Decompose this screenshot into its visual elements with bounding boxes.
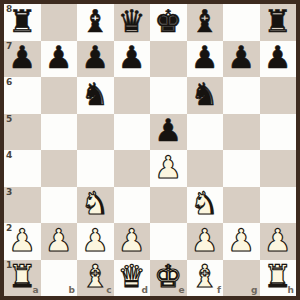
black-bishop[interactable]: ♝ bbox=[191, 6, 219, 37]
square-g5[interactable] bbox=[223, 114, 260, 151]
square-h8[interactable]: ♜ bbox=[260, 4, 297, 41]
black-pawn[interactable]: ♟ bbox=[81, 42, 109, 73]
square-f3[interactable]: ♞ bbox=[187, 187, 224, 224]
white-rook[interactable]: ♜ bbox=[264, 261, 292, 292]
square-g2[interactable]: ♟ bbox=[223, 223, 260, 260]
square-b2[interactable]: ♟ bbox=[41, 223, 78, 260]
square-c8[interactable]: ♝ bbox=[77, 4, 114, 41]
black-rook[interactable]: ♜ bbox=[264, 6, 292, 37]
square-b7[interactable]: ♟ bbox=[41, 41, 78, 78]
square-d3[interactable] bbox=[114, 187, 151, 224]
white-pawn[interactable]: ♟ bbox=[227, 225, 255, 256]
square-c4[interactable] bbox=[77, 150, 114, 187]
square-d5[interactable] bbox=[114, 114, 151, 151]
white-bishop[interactable]: ♝ bbox=[191, 261, 219, 292]
square-h7[interactable]: ♟ bbox=[260, 41, 297, 78]
square-a5[interactable]: 5 bbox=[4, 114, 41, 151]
white-pawn[interactable]: ♟ bbox=[8, 225, 36, 256]
chess-board: 8♜♝♛♚♝♜7♟♟♟♟♟♟♟6♞♞5♟4♟3♞♞2♟♟♟♟♟♟♟1a♜bc♝d… bbox=[4, 4, 296, 296]
white-bishop[interactable]: ♝ bbox=[81, 261, 109, 292]
square-d4[interactable] bbox=[114, 150, 151, 187]
white-pawn[interactable]: ♟ bbox=[154, 152, 182, 183]
square-d7[interactable]: ♟ bbox=[114, 41, 151, 78]
black-rook[interactable]: ♜ bbox=[8, 6, 36, 37]
white-queen[interactable]: ♛ bbox=[118, 261, 146, 292]
square-g8[interactable] bbox=[223, 4, 260, 41]
square-g7[interactable]: ♟ bbox=[223, 41, 260, 78]
square-a3[interactable]: 3 bbox=[4, 187, 41, 224]
black-pawn[interactable]: ♟ bbox=[227, 42, 255, 73]
square-f6[interactable]: ♞ bbox=[187, 77, 224, 114]
white-pawn[interactable]: ♟ bbox=[81, 225, 109, 256]
square-a6[interactable]: 6 bbox=[4, 77, 41, 114]
black-knight[interactable]: ♞ bbox=[191, 79, 219, 110]
square-f2[interactable]: ♟ bbox=[187, 223, 224, 260]
square-d1[interactable]: d♛ bbox=[114, 260, 151, 297]
file-label-b: b bbox=[69, 286, 75, 295]
rank-label-4: 4 bbox=[6, 151, 12, 160]
square-f4[interactable] bbox=[187, 150, 224, 187]
black-knight[interactable]: ♞ bbox=[81, 79, 109, 110]
square-b4[interactable] bbox=[41, 150, 78, 187]
square-e1[interactable]: e♚ bbox=[150, 260, 187, 297]
square-a8[interactable]: 8♜ bbox=[4, 4, 41, 41]
square-h2[interactable]: ♟ bbox=[260, 223, 297, 260]
square-c3[interactable]: ♞ bbox=[77, 187, 114, 224]
square-h3[interactable] bbox=[260, 187, 297, 224]
square-f8[interactable]: ♝ bbox=[187, 4, 224, 41]
board-frame: 8♜♝♛♚♝♜7♟♟♟♟♟♟♟6♞♞5♟4♟3♞♞2♟♟♟♟♟♟♟1a♜bc♝d… bbox=[0, 0, 300, 300]
square-c7[interactable]: ♟ bbox=[77, 41, 114, 78]
black-bishop[interactable]: ♝ bbox=[81, 6, 109, 37]
square-g3[interactable] bbox=[223, 187, 260, 224]
white-pawn[interactable]: ♟ bbox=[118, 225, 146, 256]
square-d6[interactable] bbox=[114, 77, 151, 114]
black-pawn[interactable]: ♟ bbox=[8, 42, 36, 73]
square-d2[interactable]: ♟ bbox=[114, 223, 151, 260]
square-a1[interactable]: 1a♜ bbox=[4, 260, 41, 297]
rank-label-6: 6 bbox=[6, 78, 12, 87]
rank-label-3: 3 bbox=[6, 188, 12, 197]
square-b5[interactable] bbox=[41, 114, 78, 151]
black-pawn[interactable]: ♟ bbox=[191, 42, 219, 73]
square-h4[interactable] bbox=[260, 150, 297, 187]
square-b3[interactable] bbox=[41, 187, 78, 224]
black-pawn[interactable]: ♟ bbox=[118, 42, 146, 73]
square-c6[interactable]: ♞ bbox=[77, 77, 114, 114]
white-rook[interactable]: ♜ bbox=[8, 261, 36, 292]
square-e4[interactable]: ♟ bbox=[150, 150, 187, 187]
square-a4[interactable]: 4 bbox=[4, 150, 41, 187]
square-h1[interactable]: h♜ bbox=[260, 260, 297, 297]
square-f5[interactable] bbox=[187, 114, 224, 151]
square-c1[interactable]: c♝ bbox=[77, 260, 114, 297]
square-f7[interactable]: ♟ bbox=[187, 41, 224, 78]
square-g6[interactable] bbox=[223, 77, 260, 114]
file-label-g: g bbox=[251, 286, 257, 295]
square-g4[interactable] bbox=[223, 150, 260, 187]
square-h6[interactable] bbox=[260, 77, 297, 114]
white-king[interactable]: ♚ bbox=[154, 261, 182, 292]
white-knight[interactable]: ♞ bbox=[81, 188, 109, 219]
black-pawn[interactable]: ♟ bbox=[264, 42, 292, 73]
square-b8[interactable] bbox=[41, 4, 78, 41]
square-e6[interactable] bbox=[150, 77, 187, 114]
square-b1[interactable]: b bbox=[41, 260, 78, 297]
black-pawn[interactable]: ♟ bbox=[45, 42, 73, 73]
square-g1[interactable]: g bbox=[223, 260, 260, 297]
square-a7[interactable]: 7♟ bbox=[4, 41, 41, 78]
white-pawn[interactable]: ♟ bbox=[264, 225, 292, 256]
square-e5[interactable]: ♟ bbox=[150, 114, 187, 151]
square-e2[interactable] bbox=[150, 223, 187, 260]
square-b6[interactable] bbox=[41, 77, 78, 114]
square-e3[interactable] bbox=[150, 187, 187, 224]
square-f1[interactable]: f♝ bbox=[187, 260, 224, 297]
square-d8[interactable]: ♛ bbox=[114, 4, 151, 41]
white-pawn[interactable]: ♟ bbox=[45, 225, 73, 256]
black-queen[interactable]: ♛ bbox=[118, 6, 146, 37]
square-c5[interactable] bbox=[77, 114, 114, 151]
rank-label-5: 5 bbox=[6, 115, 12, 124]
square-h5[interactable] bbox=[260, 114, 297, 151]
square-a2[interactable]: 2♟ bbox=[4, 223, 41, 260]
square-c2[interactable]: ♟ bbox=[77, 223, 114, 260]
black-king[interactable]: ♚ bbox=[154, 6, 182, 37]
square-e7[interactable] bbox=[150, 41, 187, 78]
black-pawn[interactable]: ♟ bbox=[154, 115, 182, 146]
white-pawn[interactable]: ♟ bbox=[191, 225, 219, 256]
square-e8[interactable]: ♚ bbox=[150, 4, 187, 41]
white-knight[interactable]: ♞ bbox=[191, 188, 219, 219]
